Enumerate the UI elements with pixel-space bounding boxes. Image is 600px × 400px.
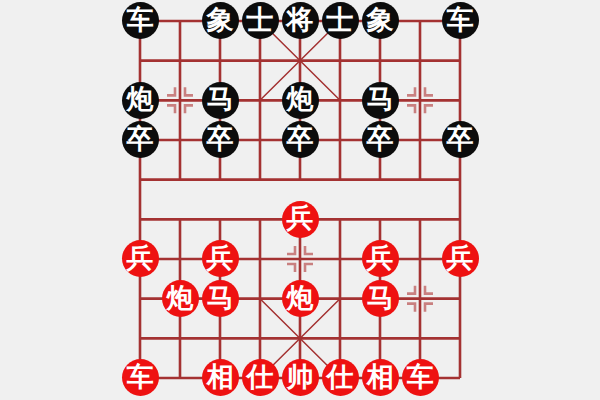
piece-red-advisor[interactable]: 仕 [322, 359, 359, 396]
piece-black-horse[interactable]: 马 [202, 82, 239, 119]
piece-black-soldier[interactable]: 卒 [282, 121, 319, 158]
piece-red-advisor[interactable]: 仕 [242, 359, 279, 396]
piece-black-general[interactable]: 将 [282, 2, 319, 39]
piece-black-elephant[interactable]: 象 [202, 2, 239, 39]
piece-black-elephant[interactable]: 象 [362, 2, 399, 39]
piece-red-horse[interactable]: 马 [362, 280, 399, 317]
piece-red-cannon[interactable]: 炮 [282, 280, 319, 317]
piece-red-general[interactable]: 帅 [282, 359, 319, 396]
piece-red-rook[interactable]: 车 [402, 359, 439, 396]
piece-black-soldier[interactable]: 卒 [122, 121, 159, 158]
piece-black-soldier[interactable]: 卒 [442, 121, 479, 158]
piece-red-soldier[interactable]: 兵 [282, 201, 319, 238]
piece-black-horse[interactable]: 马 [362, 82, 399, 119]
piece-black-rook[interactable]: 车 [442, 2, 479, 39]
piece-black-soldier[interactable]: 卒 [202, 121, 239, 158]
piece-black-advisor[interactable]: 士 [242, 2, 279, 39]
piece-red-elephant[interactable]: 相 [202, 359, 239, 396]
piece-black-rook[interactable]: 车 [122, 2, 159, 39]
piece-black-advisor[interactable]: 士 [322, 2, 359, 39]
piece-black-cannon[interactable]: 炮 [282, 82, 319, 119]
piece-black-cannon[interactable]: 炮 [122, 82, 159, 119]
piece-red-rook[interactable]: 车 [122, 359, 159, 396]
piece-red-soldier[interactable]: 兵 [202, 240, 239, 277]
xiangqi-board: 车象士将士象车炮马炮马卒卒卒卒卒兵兵兵兵兵炮马炮马车相仕帅仕相车 [0, 0, 600, 400]
piece-red-soldier[interactable]: 兵 [442, 240, 479, 277]
piece-red-elephant[interactable]: 相 [362, 359, 399, 396]
piece-red-soldier[interactable]: 兵 [362, 240, 399, 277]
piece-red-horse[interactable]: 马 [202, 280, 239, 317]
board-intersections: 车象士将士象车炮马炮马卒卒卒卒卒兵兵兵兵兵炮马炮马车相仕帅仕相车 [120, 1, 480, 398]
piece-black-soldier[interactable]: 卒 [362, 121, 399, 158]
piece-red-soldier[interactable]: 兵 [122, 240, 159, 277]
piece-red-cannon[interactable]: 炮 [162, 280, 199, 317]
